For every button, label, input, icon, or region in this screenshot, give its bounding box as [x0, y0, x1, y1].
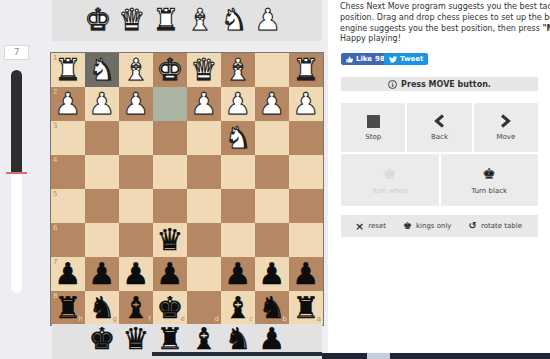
square-f5[interactable] — [119, 189, 153, 223]
status-bar: i Press MOVE button. — [341, 77, 538, 91]
intro-line-2: position. Drag and drop chess pieces to … — [340, 13, 550, 24]
black-pawn[interactable]: ♟ — [85, 257, 119, 291]
square-b5[interactable] — [255, 189, 289, 223]
black-pawn[interactable]: ♟ — [221, 257, 255, 291]
square-b7[interactable]: ♟ — [255, 257, 289, 291]
square-h3[interactable]: 3 — [51, 121, 85, 155]
depth-slider-track[interactable] — [11, 174, 22, 293]
black-crown-icon: ♚ — [483, 166, 496, 182]
square-c1[interactable]: ♝ — [221, 53, 255, 87]
square-a2[interactable]: ♟ — [289, 87, 323, 121]
black-king[interactable]: ♚ — [153, 291, 187, 325]
square-e1[interactable]: ♚ — [153, 53, 187, 87]
square-g1[interactable]: ♞ — [85, 53, 119, 87]
square-b2[interactable]: ♟ — [255, 87, 289, 121]
square-d1[interactable]: ♛ — [187, 53, 221, 87]
chevron-left-icon — [434, 114, 445, 128]
square-c6[interactable] — [221, 223, 255, 257]
rank-label-5: 5 — [53, 191, 57, 198]
intro-text: Chess Next Move program suggests you the… — [340, 2, 550, 45]
square-g5[interactable] — [85, 189, 119, 223]
square-a7[interactable]: ♟ — [289, 257, 323, 291]
square-c4[interactable] — [221, 155, 255, 189]
depth-counter[interactable]: 7 — [4, 45, 29, 60]
tray-white-queen[interactable]: ♛ — [115, 0, 149, 41]
thumbs-up-icon — [346, 56, 353, 63]
black-rook[interactable]: ♜ — [51, 291, 85, 325]
square-g7[interactable]: ♟ — [85, 257, 119, 291]
white-king[interactable]: ♚ — [153, 53, 187, 87]
intro-line-4: Happy playing! — [340, 34, 550, 45]
white-bishop[interactable]: ♝ — [119, 53, 153, 87]
square-d7[interactable] — [187, 257, 221, 291]
square-h4[interactable]: 4 — [51, 155, 85, 189]
x-icon: × — [355, 221, 364, 232]
square-h6[interactable]: 6 — [51, 223, 85, 257]
white-pawn[interactable]: ♟ — [255, 87, 289, 121]
footer-edge-patch — [367, 353, 390, 359]
square-f7[interactable]: ♟ — [119, 257, 153, 291]
square-a4[interactable] — [289, 155, 323, 189]
footer-edge-right — [322, 353, 550, 359]
tray-white-rook[interactable]: ♜ — [149, 0, 183, 41]
square-a3[interactable] — [289, 121, 323, 155]
stop-button[interactable]: Stop — [341, 103, 405, 152]
chevron-right-icon — [500, 114, 511, 128]
square-c8[interactable]: c♝ — [221, 291, 255, 325]
tray-white-bishop[interactable]: ♝ — [183, 0, 217, 41]
white-pawn[interactable]: ♟ — [221, 87, 255, 121]
black-pawn[interactable]: ♟ — [289, 257, 323, 291]
square-b4[interactable] — [255, 155, 289, 189]
square-f6[interactable] — [119, 223, 153, 257]
tray-white-pawn[interactable]: ♟ — [251, 0, 285, 41]
intro-line-1: Chess Next Move program suggests you the… — [340, 2, 550, 13]
back-button[interactable]: Back — [407, 103, 471, 152]
stop-icon — [367, 115, 380, 128]
rank-label-6: 6 — [53, 225, 57, 232]
square-d5[interactable] — [187, 189, 221, 223]
black-pawn[interactable]: ♟ — [119, 257, 153, 291]
square-f8[interactable]: f♝ — [119, 291, 153, 325]
square-a6[interactable] — [289, 223, 323, 257]
square-d6[interactable] — [187, 223, 221, 257]
white-queen[interactable]: ♛ — [187, 53, 221, 87]
black-queen[interactable]: ♛ — [153, 223, 187, 257]
control-row-1: Stop Back Move — [341, 103, 538, 152]
turn-black-button[interactable]: ♚ Turn black — [441, 154, 539, 206]
white-piece-tray: ♚♛♜♝♞♟ — [52, 0, 322, 41]
black-pawn[interactable]: ♟ — [51, 257, 85, 291]
black-bishop[interactable]: ♝ — [221, 291, 255, 325]
reset-button[interactable]: × reset — [355, 221, 386, 232]
white-knight[interactable]: ♞ — [221, 121, 255, 155]
square-f2[interactable]: ♟ — [119, 87, 153, 121]
square-e5[interactable] — [153, 189, 187, 223]
footer-edge-left — [152, 352, 322, 356]
black-pawn[interactable]: ♟ — [153, 257, 187, 291]
option-bar: × reset ♚ kings only ↺ rotate table — [341, 215, 538, 237]
square-f4[interactable] — [119, 155, 153, 189]
white-rook[interactable]: ♜ — [51, 53, 85, 87]
square-d2[interactable]: ♟ — [187, 87, 221, 121]
tweet-button[interactable]: Tweet — [384, 53, 428, 65]
turn-white-button[interactable]: ♚ Turn white — [341, 154, 439, 206]
white-pawn[interactable]: ♟ — [119, 87, 153, 121]
square-h2[interactable]: 2♟ — [51, 87, 85, 121]
square-c3[interactable]: ♞ — [221, 121, 255, 155]
square-b1[interactable] — [255, 53, 289, 87]
square-g6[interactable] — [85, 223, 119, 257]
square-d3[interactable] — [187, 121, 221, 155]
square-a8[interactable]: a♜ — [289, 291, 323, 325]
square-f1[interactable]: ♝ — [119, 53, 153, 87]
rank-label-3: 3 — [53, 123, 57, 130]
rotate-table-button[interactable]: ↺ rotate table — [469, 221, 522, 231]
square-g8[interactable]: g♞ — [85, 291, 119, 325]
crown-icon: ♚ — [403, 221, 412, 231]
square-h7[interactable]: 7♟ — [51, 257, 85, 291]
rotate-icon: ↺ — [469, 221, 477, 231]
twitter-bird-icon — [389, 56, 397, 63]
white-pawn[interactable]: ♟ — [85, 87, 119, 121]
square-c2[interactable]: ♟ — [221, 87, 255, 121]
white-pawn[interactable]: ♟ — [289, 87, 323, 121]
move-button[interactable]: Move — [474, 103, 538, 152]
white-pawn[interactable]: ♟ — [51, 87, 85, 121]
white-bishop[interactable]: ♝ — [221, 53, 255, 87]
square-a5[interactable] — [289, 189, 323, 223]
file-label-d: d — [215, 316, 219, 323]
square-e3[interactable] — [153, 121, 187, 155]
tray-black-king[interactable]: ♚ — [85, 324, 119, 359]
tray-black-queen[interactable]: ♛ — [119, 324, 153, 359]
rank-label-4: 4 — [53, 157, 57, 164]
black-bishop[interactable]: ♝ — [119, 291, 153, 325]
square-h5[interactable]: 5 — [51, 189, 85, 223]
intro-line-3: engine suggests you the best position, t… — [340, 24, 550, 35]
tray-white-knight[interactable]: ♞ — [217, 0, 251, 41]
black-rook[interactable]: ♜ — [289, 291, 323, 325]
kings-only-button[interactable]: ♚ kings only — [403, 221, 452, 231]
tray-white-king[interactable]: ♚ — [81, 0, 115, 41]
status-text: Press MOVE button. — [401, 80, 491, 89]
square-c7[interactable]: ♟ — [221, 257, 255, 291]
white-crown-icon: ♚ — [383, 166, 396, 182]
square-d8[interactable]: d — [187, 291, 221, 325]
black-knight[interactable]: ♞ — [85, 291, 119, 325]
square-d4[interactable] — [187, 155, 221, 189]
square-g3[interactable] — [85, 121, 119, 155]
square-b6[interactable] — [255, 223, 289, 257]
square-e2[interactable] — [153, 87, 187, 121]
black-pawn[interactable]: ♟ — [255, 257, 289, 291]
white-rook[interactable]: ♜ — [289, 53, 323, 87]
square-g4[interactable] — [85, 155, 119, 189]
square-a1[interactable]: ♜ — [289, 53, 323, 87]
square-g2[interactable]: ♟ — [85, 87, 119, 121]
square-h1[interactable]: 1♜ — [51, 53, 85, 87]
square-e4[interactable] — [153, 155, 187, 189]
info-icon: i — [388, 80, 397, 89]
square-b8[interactable]: b♞ — [255, 291, 289, 325]
square-e7[interactable]: ♟ — [153, 257, 187, 291]
square-f3[interactable] — [119, 121, 153, 155]
facebook-like-button[interactable]: Like98 — [341, 53, 390, 65]
white-pawn[interactable]: ♟ — [187, 87, 221, 121]
square-h8[interactable]: 8h♜ — [51, 291, 85, 325]
black-knight[interactable]: ♞ — [255, 291, 289, 325]
chess-board[interactable]: 1♜♞♝♚♛♝♜2♟♟♟♟♟♟♟3♞456♛7♟♟♟♟♟♟♟8h♜g♞f♝e♚d… — [50, 52, 324, 326]
square-c5[interactable] — [221, 189, 255, 223]
depth-slider-filled[interactable] — [11, 70, 22, 172]
control-row-2: ♚ Turn white ♚ Turn black — [341, 154, 538, 206]
chess-next-move-page: ♚♛♜♝♞♟ 1♜♞♝♚♛♝♜2♟♟♟♟♟♟♟3♞456♛7♟♟♟♟♟♟♟8h♜… — [0, 0, 550, 359]
square-b3[interactable] — [255, 121, 289, 155]
square-e8[interactable]: e♚ — [153, 291, 187, 325]
white-knight[interactable]: ♞ — [85, 53, 119, 87]
square-e6[interactable]: ♛ — [153, 223, 187, 257]
